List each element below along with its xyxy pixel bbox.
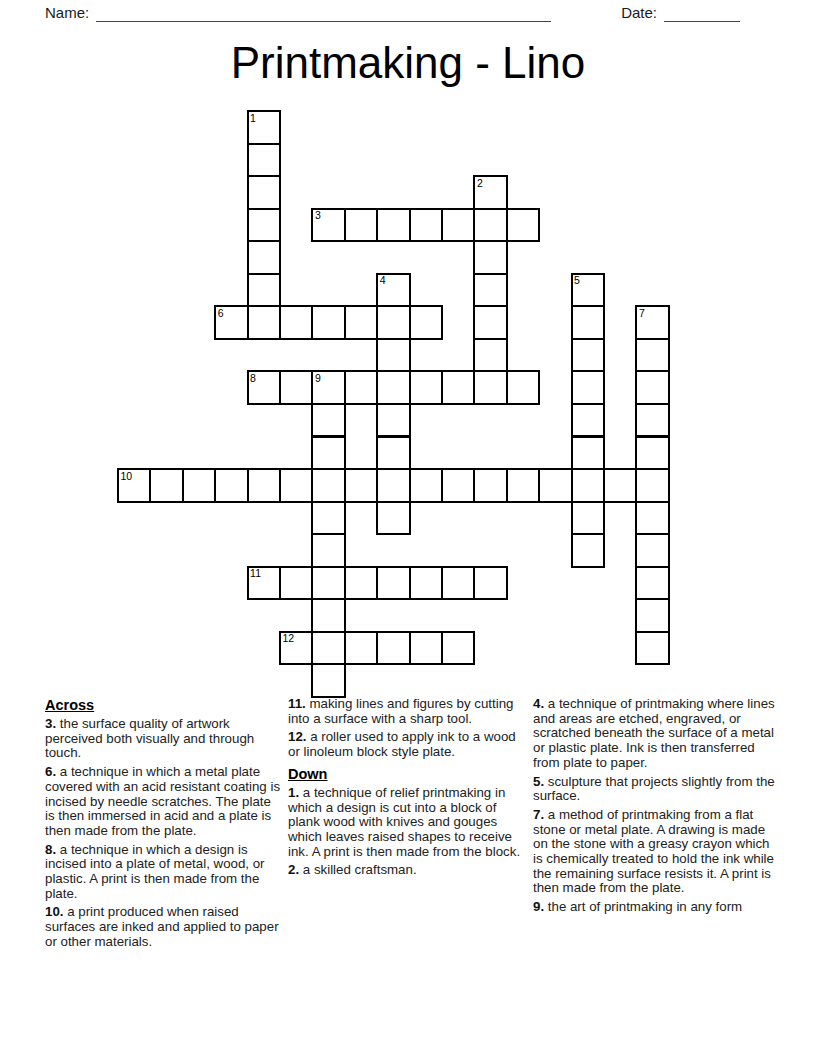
crossword-cell-r16c8[interactable] bbox=[376, 631, 410, 666]
crossword-cell-r14c9[interactable] bbox=[409, 566, 443, 601]
crossword-cell-r16c5[interactable] bbox=[279, 631, 313, 666]
crossword-cell-r11c6[interactable] bbox=[311, 468, 345, 503]
worksheet-page: Name: Date: Printmaking - Lino 123456789… bbox=[0, 0, 816, 1056]
clue-across-10: 10. a print produced when raised surface… bbox=[45, 905, 283, 949]
crossword-cell-r10c14[interactable] bbox=[571, 436, 605, 471]
clue-down-1: 1. a technique of relief printmaking in … bbox=[288, 786, 528, 860]
crossword-cell-r7c8[interactable] bbox=[376, 338, 410, 373]
crossword-cell-r11c15[interactable] bbox=[603, 468, 637, 503]
crossword-cell-r11c4[interactable] bbox=[247, 468, 281, 503]
crossword-cell-r16c7[interactable] bbox=[344, 631, 378, 666]
crossword-cell-r11c16[interactable] bbox=[635, 468, 669, 503]
crossword-cell-r15c16[interactable] bbox=[635, 598, 669, 633]
crossword-cell-r11c7[interactable] bbox=[344, 468, 378, 503]
crossword-cell-r17c6[interactable] bbox=[311, 663, 345, 698]
crossword-cell-r10c6[interactable] bbox=[311, 436, 345, 471]
crossword-cell-r3c10[interactable] bbox=[441, 208, 475, 243]
crossword-cell-r8c11[interactable] bbox=[473, 370, 507, 405]
crossword-cell-r8c14[interactable] bbox=[571, 370, 605, 405]
clue-down-4: 4. a technique of printmaking where line… bbox=[533, 697, 775, 771]
crossword-cell-r11c10[interactable] bbox=[441, 468, 475, 503]
crossword-cell-r6c7[interactable] bbox=[344, 305, 378, 340]
clue-number: 9. bbox=[533, 899, 544, 914]
crossword-cell-r9c6[interactable] bbox=[311, 403, 345, 438]
clue-number: 2. bbox=[288, 862, 299, 877]
crossword-cell-r3c6[interactable] bbox=[311, 208, 345, 243]
crossword-cell-r9c8[interactable] bbox=[376, 403, 410, 438]
crossword-cell-r8c6[interactable] bbox=[311, 370, 345, 405]
crossword-cell-r2c4[interactable] bbox=[247, 175, 281, 210]
date-label: Date: bbox=[621, 4, 657, 22]
clue-number: 1. bbox=[288, 785, 299, 800]
clue-down-5: 5. sculpture that projects slightly from… bbox=[533, 775, 775, 804]
clue-number: 7. bbox=[533, 807, 544, 822]
crossword-cell-r11c11[interactable] bbox=[473, 468, 507, 503]
crossword-cell-r16c16[interactable] bbox=[635, 631, 669, 666]
clue-number: 3. bbox=[45, 716, 56, 731]
crossword-cell-r16c6[interactable] bbox=[311, 631, 345, 666]
crossword-cell-r14c4[interactable] bbox=[247, 566, 281, 601]
across-heading: Across bbox=[45, 697, 283, 713]
crossword-cell-r11c12[interactable] bbox=[506, 468, 540, 503]
crossword-cell-r12c14[interactable] bbox=[571, 501, 605, 536]
crossword-cell-r10c16[interactable] bbox=[635, 436, 669, 471]
crossword-cell-r6c14[interactable] bbox=[571, 305, 605, 340]
crossword-cell-r4c4[interactable] bbox=[247, 240, 281, 275]
crossword-cell-r14c6[interactable] bbox=[311, 566, 345, 601]
crossword-cell-r9c14[interactable] bbox=[571, 403, 605, 438]
clue-number: 4. bbox=[533, 696, 544, 711]
crossword-cell-r6c16[interactable] bbox=[635, 305, 669, 340]
crossword-cell-r3c9[interactable] bbox=[409, 208, 443, 243]
crossword-cell-r6c8[interactable] bbox=[376, 305, 410, 340]
crossword-cell-r8c7[interactable] bbox=[344, 370, 378, 405]
crossword-cell-r11c3[interactable] bbox=[214, 468, 248, 503]
name-blank-line bbox=[96, 6, 551, 22]
crossword-cell-r0c4[interactable] bbox=[247, 110, 281, 145]
crossword-cell-r11c1[interactable] bbox=[149, 468, 183, 503]
clues-section: Across3. the surface quality of artwork … bbox=[45, 697, 775, 954]
crossword-cell-r7c16[interactable] bbox=[635, 338, 669, 373]
clue-number: 8. bbox=[45, 842, 56, 857]
crossword-cell-r14c7[interactable] bbox=[344, 566, 378, 601]
crossword-cell-r10c8[interactable] bbox=[376, 436, 410, 471]
crossword-cell-r6c5[interactable] bbox=[279, 305, 313, 340]
crossword-cell-r11c5[interactable] bbox=[279, 468, 313, 503]
crossword-cell-r5c14[interactable] bbox=[571, 273, 605, 308]
crossword-cell-r3c12[interactable] bbox=[506, 208, 540, 243]
crossword-cell-r5c11[interactable] bbox=[473, 273, 507, 308]
crossword-cell-r8c5[interactable] bbox=[279, 370, 313, 405]
crossword-cell-r3c8[interactable] bbox=[376, 208, 410, 243]
crossword-cell-r12c16[interactable] bbox=[635, 501, 669, 536]
crossword-cell-r8c12[interactable] bbox=[506, 370, 540, 405]
clue-across-3: 3. the surface quality of artwork percei… bbox=[45, 717, 283, 761]
clue-number: 10. bbox=[45, 904, 64, 919]
crossword-cell-r14c8[interactable] bbox=[376, 566, 410, 601]
clue-down-9: 9. the art of printmaking in any form bbox=[533, 900, 775, 915]
crossword-cell-r11c0[interactable] bbox=[117, 468, 151, 503]
crossword-cell-r14c16[interactable] bbox=[635, 566, 669, 601]
crossword-cell-r11c8[interactable] bbox=[376, 468, 410, 503]
crossword-cell-r7c14[interactable] bbox=[571, 338, 605, 373]
crossword-cell-r8c8[interactable] bbox=[376, 370, 410, 405]
crossword-cell-r9c16[interactable] bbox=[635, 403, 669, 438]
crossword-cell-r6c9[interactable] bbox=[409, 305, 443, 340]
crossword-cell-r7c11[interactable] bbox=[473, 338, 507, 373]
clue-across-6: 6. a technique in which a metal plate co… bbox=[45, 765, 283, 839]
crossword-cell-r8c10[interactable] bbox=[441, 370, 475, 405]
clue-across-12: 12. a roller used to apply ink to a wood… bbox=[288, 730, 528, 759]
crossword-cell-r6c3[interactable] bbox=[214, 305, 248, 340]
clue-number: 11. bbox=[288, 696, 306, 711]
crossword-cell-r8c16[interactable] bbox=[635, 370, 669, 405]
clue-down-7: 7. a method of printmaking from a flat s… bbox=[533, 808, 775, 896]
crossword-cell-r6c6[interactable] bbox=[311, 305, 345, 340]
clue-number: 12. bbox=[288, 729, 307, 744]
clue-across-8: 8. a technique in which a design is inci… bbox=[45, 843, 283, 902]
clues-column-across: Across3. the surface quality of artwork … bbox=[45, 697, 283, 954]
crossword-cell-r3c4[interactable] bbox=[247, 208, 281, 243]
crossword-cell-r12c8[interactable] bbox=[376, 501, 410, 536]
crossword-cell-r14c5[interactable] bbox=[279, 566, 313, 601]
name-date-bar: Name: Date: bbox=[45, 4, 740, 22]
crossword-cell-r6c4[interactable] bbox=[247, 305, 281, 340]
clues-column-middle: 11. making lines and figures by cutting … bbox=[288, 697, 528, 954]
clue-number: 6. bbox=[45, 764, 56, 779]
crossword-cell-r14c10[interactable] bbox=[441, 566, 475, 601]
crossword-cell-r15c6[interactable] bbox=[311, 598, 345, 633]
clue-down-2: 2. a skilled craftsman. bbox=[288, 863, 528, 878]
crossword-cell-r5c4[interactable] bbox=[247, 273, 281, 308]
crossword-cell-r4c11[interactable] bbox=[473, 240, 507, 275]
crossword-cell-r1c4[interactable] bbox=[247, 143, 281, 178]
date-blank-line bbox=[664, 6, 740, 22]
crossword-cell-r8c4[interactable] bbox=[247, 370, 281, 405]
crossword-cell-r6c11[interactable] bbox=[473, 305, 507, 340]
page-title: Printmaking - Lino bbox=[0, 38, 816, 88]
clue-across-11: 11. making lines and figures by cutting … bbox=[288, 697, 528, 726]
crossword-cell-r3c11[interactable] bbox=[473, 208, 507, 243]
clues-column-down: 4. a technique of printmaking where line… bbox=[533, 697, 775, 954]
crossword-cell-r5c8[interactable] bbox=[376, 273, 410, 308]
crossword-cell-r16c10[interactable] bbox=[441, 631, 475, 666]
crossword-cell-r13c14[interactable] bbox=[571, 533, 605, 568]
crossword-cell-r11c9[interactable] bbox=[409, 468, 443, 503]
crossword-cell-r13c6[interactable] bbox=[311, 533, 345, 568]
crossword-cell-r11c14[interactable] bbox=[571, 468, 605, 503]
crossword-cell-r8c9[interactable] bbox=[409, 370, 443, 405]
name-label: Name: bbox=[45, 4, 89, 22]
down-heading: Down bbox=[288, 766, 528, 782]
crossword-cell-r12c6[interactable] bbox=[311, 501, 345, 536]
crossword-cell-r2c11[interactable] bbox=[473, 175, 507, 210]
crossword-cell-r11c2[interactable] bbox=[182, 468, 216, 503]
crossword-grid: 123456789101112 bbox=[117, 110, 670, 698]
clue-number: 5. bbox=[533, 774, 544, 789]
crossword-cell-r16c9[interactable] bbox=[409, 631, 443, 666]
crossword-cell-r13c16[interactable] bbox=[635, 533, 669, 568]
crossword-cell-r14c11[interactable] bbox=[473, 566, 507, 601]
crossword-cell-r3c7[interactable] bbox=[344, 208, 378, 243]
crossword-cell-r11c13[interactable] bbox=[538, 468, 572, 503]
